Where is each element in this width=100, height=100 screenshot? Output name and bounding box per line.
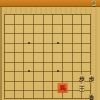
piece-pawn-2g[interactable]: 歩	[77, 74, 87, 84]
opponent-hand-piece[interactable]: 歩	[91, 0, 97, 7]
shogi-app-screen: 歩 歩 歩 王 馬	[0, 0, 100, 100]
piece-shape: 香	[88, 93, 96, 100]
piece-glyph: 馬	[59, 85, 65, 92]
piece-glyph: 香	[88, 95, 94, 100]
piece-shape: 歩	[78, 74, 86, 83]
piece-lance-1i[interactable]: 香	[87, 93, 97, 100]
piece-pawn-1g[interactable]: 歩	[87, 74, 97, 84]
shogi-board: 歩 歩 王 馬 香	[0, 7, 100, 100]
opponent-bar: 歩	[0, 0, 100, 7]
hand-piece-icon: 歩	[91, 0, 97, 5]
piece-shape: 王	[78, 84, 86, 93]
piece-glyph: 歩	[88, 76, 94, 83]
star-point	[57, 42, 59, 44]
board-grid[interactable]: 歩 歩 王 馬 香	[4, 14, 91, 100]
star-point	[28, 42, 30, 44]
piece-promoted-4h-last-move[interactable]: 馬	[58, 83, 68, 93]
piece-glyph: 歩	[79, 76, 85, 83]
piece-glyph: 王	[79, 86, 85, 93]
piece-king-2h[interactable]: 王	[77, 83, 87, 93]
piece-shape: 歩	[88, 74, 96, 83]
